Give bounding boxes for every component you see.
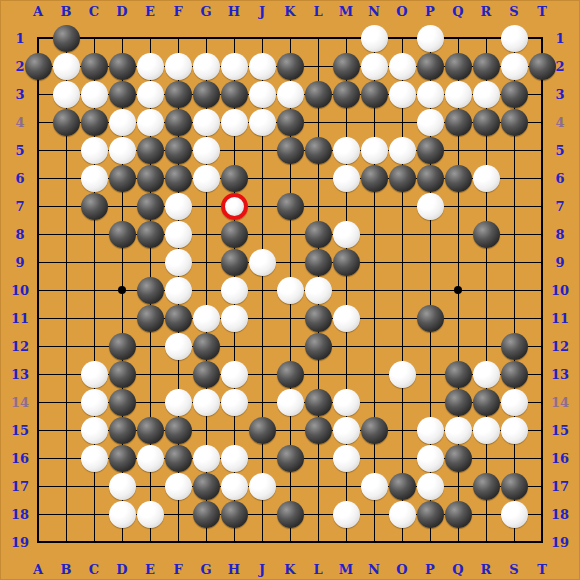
point-S19[interactable] — [500, 528, 528, 556]
point-C12[interactable] — [80, 332, 108, 360]
point-L19[interactable] — [304, 528, 332, 556]
point-G16[interactable] — [192, 444, 220, 472]
point-H15[interactable] — [220, 416, 248, 444]
point-J3[interactable] — [248, 80, 276, 108]
point-M12[interactable] — [332, 332, 360, 360]
point-Q17[interactable] — [444, 472, 472, 500]
point-B4[interactable] — [52, 108, 80, 136]
point-O12[interactable] — [388, 332, 416, 360]
point-T1[interactable] — [528, 24, 556, 52]
point-R17[interactable] — [472, 472, 500, 500]
point-F14[interactable] — [164, 388, 192, 416]
point-H18[interactable] — [220, 500, 248, 528]
point-L7[interactable] — [304, 192, 332, 220]
point-P12[interactable] — [416, 332, 444, 360]
point-S1[interactable] — [500, 24, 528, 52]
point-O16[interactable] — [388, 444, 416, 472]
point-N8[interactable] — [360, 220, 388, 248]
point-A2[interactable] — [24, 52, 52, 80]
point-D11[interactable] — [108, 304, 136, 332]
point-N10[interactable] — [360, 276, 388, 304]
point-M11[interactable] — [332, 304, 360, 332]
point-E10[interactable] — [136, 276, 164, 304]
point-K6[interactable] — [276, 164, 304, 192]
point-T8[interactable] — [528, 220, 556, 248]
point-O4[interactable] — [388, 108, 416, 136]
point-D17[interactable] — [108, 472, 136, 500]
point-J8[interactable] — [248, 220, 276, 248]
point-G3[interactable] — [192, 80, 220, 108]
point-G14[interactable] — [192, 388, 220, 416]
point-B3[interactable] — [52, 80, 80, 108]
point-H16[interactable] — [220, 444, 248, 472]
point-C19[interactable] — [80, 528, 108, 556]
point-G4[interactable] — [192, 108, 220, 136]
point-L17[interactable] — [304, 472, 332, 500]
point-P19[interactable] — [416, 528, 444, 556]
point-L15[interactable] — [304, 416, 332, 444]
point-F12[interactable] — [164, 332, 192, 360]
point-K17[interactable] — [276, 472, 304, 500]
point-H3[interactable] — [220, 80, 248, 108]
point-P14[interactable] — [416, 388, 444, 416]
point-B1[interactable] — [52, 24, 80, 52]
point-A5[interactable] — [24, 136, 52, 164]
point-F4[interactable] — [164, 108, 192, 136]
point-B9[interactable] — [52, 248, 80, 276]
point-L2[interactable] — [304, 52, 332, 80]
point-N1[interactable] — [360, 24, 388, 52]
point-H10[interactable] — [220, 276, 248, 304]
point-M1[interactable] — [332, 24, 360, 52]
point-J9[interactable] — [248, 248, 276, 276]
point-Q16[interactable] — [444, 444, 472, 472]
point-K10[interactable] — [276, 276, 304, 304]
point-R13[interactable] — [472, 360, 500, 388]
point-L9[interactable] — [304, 248, 332, 276]
point-N2[interactable] — [360, 52, 388, 80]
point-D8[interactable] — [108, 220, 136, 248]
point-C1[interactable] — [80, 24, 108, 52]
point-Q15[interactable] — [444, 416, 472, 444]
point-C6[interactable] — [80, 164, 108, 192]
point-S17[interactable] — [500, 472, 528, 500]
point-T6[interactable] — [528, 164, 556, 192]
point-Q2[interactable] — [444, 52, 472, 80]
point-K3[interactable] — [276, 80, 304, 108]
point-E16[interactable] — [136, 444, 164, 472]
point-C10[interactable] — [80, 276, 108, 304]
point-S10[interactable] — [500, 276, 528, 304]
point-D18[interactable] — [108, 500, 136, 528]
point-B18[interactable] — [52, 500, 80, 528]
point-O2[interactable] — [388, 52, 416, 80]
point-H2[interactable] — [220, 52, 248, 80]
point-S2[interactable] — [500, 52, 528, 80]
point-S6[interactable] — [500, 164, 528, 192]
point-P5[interactable] — [416, 136, 444, 164]
point-K16[interactable] — [276, 444, 304, 472]
point-D15[interactable] — [108, 416, 136, 444]
point-N9[interactable] — [360, 248, 388, 276]
point-H17[interactable] — [220, 472, 248, 500]
point-M10[interactable] — [332, 276, 360, 304]
point-N5[interactable] — [360, 136, 388, 164]
point-J19[interactable] — [248, 528, 276, 556]
point-L13[interactable] — [304, 360, 332, 388]
point-C3[interactable] — [80, 80, 108, 108]
point-E1[interactable] — [136, 24, 164, 52]
point-O3[interactable] — [388, 80, 416, 108]
point-P8[interactable] — [416, 220, 444, 248]
point-P16[interactable] — [416, 444, 444, 472]
point-N12[interactable] — [360, 332, 388, 360]
point-B17[interactable] — [52, 472, 80, 500]
point-S12[interactable] — [500, 332, 528, 360]
point-F18[interactable] — [164, 500, 192, 528]
point-G11[interactable] — [192, 304, 220, 332]
point-Q14[interactable] — [444, 388, 472, 416]
point-D4[interactable] — [108, 108, 136, 136]
point-G5[interactable] — [192, 136, 220, 164]
point-J15[interactable] — [248, 416, 276, 444]
point-P11[interactable] — [416, 304, 444, 332]
point-S11[interactable] — [500, 304, 528, 332]
point-N19[interactable] — [360, 528, 388, 556]
point-T9[interactable] — [528, 248, 556, 276]
point-A8[interactable] — [24, 220, 52, 248]
point-H11[interactable] — [220, 304, 248, 332]
point-P13[interactable] — [416, 360, 444, 388]
point-H8[interactable] — [220, 220, 248, 248]
point-B16[interactable] — [52, 444, 80, 472]
point-E14[interactable] — [136, 388, 164, 416]
point-O8[interactable] — [388, 220, 416, 248]
point-A6[interactable] — [24, 164, 52, 192]
point-S14[interactable] — [500, 388, 528, 416]
point-B8[interactable] — [52, 220, 80, 248]
point-M8[interactable] — [332, 220, 360, 248]
point-O11[interactable] — [388, 304, 416, 332]
point-C14[interactable] — [80, 388, 108, 416]
point-S16[interactable] — [500, 444, 528, 472]
point-M7[interactable] — [332, 192, 360, 220]
point-K13[interactable] — [276, 360, 304, 388]
point-A3[interactable] — [24, 80, 52, 108]
point-R16[interactable] — [472, 444, 500, 472]
point-B19[interactable] — [52, 528, 80, 556]
point-O19[interactable] — [388, 528, 416, 556]
point-H6[interactable] — [220, 164, 248, 192]
point-E2[interactable] — [136, 52, 164, 80]
point-J1[interactable] — [248, 24, 276, 52]
point-R14[interactable] — [472, 388, 500, 416]
point-S8[interactable] — [500, 220, 528, 248]
point-K7[interactable] — [276, 192, 304, 220]
point-Q8[interactable] — [444, 220, 472, 248]
point-L8[interactable] — [304, 220, 332, 248]
point-G19[interactable] — [192, 528, 220, 556]
point-H19[interactable] — [220, 528, 248, 556]
point-O17[interactable] — [388, 472, 416, 500]
point-M9[interactable] — [332, 248, 360, 276]
point-S13[interactable] — [500, 360, 528, 388]
point-P6[interactable] — [416, 164, 444, 192]
point-J4[interactable] — [248, 108, 276, 136]
point-O1[interactable] — [388, 24, 416, 52]
point-B12[interactable] — [52, 332, 80, 360]
point-E9[interactable] — [136, 248, 164, 276]
point-C15[interactable] — [80, 416, 108, 444]
point-R12[interactable] — [472, 332, 500, 360]
point-B15[interactable] — [52, 416, 80, 444]
point-N18[interactable] — [360, 500, 388, 528]
point-C18[interactable] — [80, 500, 108, 528]
point-F5[interactable] — [164, 136, 192, 164]
point-C4[interactable] — [80, 108, 108, 136]
point-L6[interactable] — [304, 164, 332, 192]
point-F6[interactable] — [164, 164, 192, 192]
point-G8[interactable] — [192, 220, 220, 248]
point-G17[interactable] — [192, 472, 220, 500]
point-O5[interactable] — [388, 136, 416, 164]
point-O14[interactable] — [388, 388, 416, 416]
point-O10[interactable] — [388, 276, 416, 304]
point-O18[interactable] — [388, 500, 416, 528]
point-K18[interactable] — [276, 500, 304, 528]
point-F3[interactable] — [164, 80, 192, 108]
point-L10[interactable] — [304, 276, 332, 304]
point-R9[interactable] — [472, 248, 500, 276]
point-F17[interactable] — [164, 472, 192, 500]
point-J5[interactable] — [248, 136, 276, 164]
point-K1[interactable] — [276, 24, 304, 52]
point-P18[interactable] — [416, 500, 444, 528]
point-R19[interactable] — [472, 528, 500, 556]
point-K5[interactable] — [276, 136, 304, 164]
point-A1[interactable] — [24, 24, 52, 52]
point-A9[interactable] — [24, 248, 52, 276]
point-K19[interactable] — [276, 528, 304, 556]
point-G2[interactable] — [192, 52, 220, 80]
point-Q4[interactable] — [444, 108, 472, 136]
point-Q5[interactable] — [444, 136, 472, 164]
point-L1[interactable] — [304, 24, 332, 52]
point-Q6[interactable] — [444, 164, 472, 192]
point-N13[interactable] — [360, 360, 388, 388]
point-D19[interactable] — [108, 528, 136, 556]
point-L5[interactable] — [304, 136, 332, 164]
point-F9[interactable] — [164, 248, 192, 276]
point-E13[interactable] — [136, 360, 164, 388]
point-J7[interactable] — [248, 192, 276, 220]
point-R6[interactable] — [472, 164, 500, 192]
point-N14[interactable] — [360, 388, 388, 416]
point-N11[interactable] — [360, 304, 388, 332]
point-Q7[interactable] — [444, 192, 472, 220]
point-H7[interactable] — [220, 192, 248, 220]
point-L4[interactable] — [304, 108, 332, 136]
point-K14[interactable] — [276, 388, 304, 416]
point-M15[interactable] — [332, 416, 360, 444]
point-M6[interactable] — [332, 164, 360, 192]
point-R15[interactable] — [472, 416, 500, 444]
point-L18[interactable] — [304, 500, 332, 528]
point-P17[interactable] — [416, 472, 444, 500]
point-M4[interactable] — [332, 108, 360, 136]
point-M19[interactable] — [332, 528, 360, 556]
point-S3[interactable] — [500, 80, 528, 108]
point-K12[interactable] — [276, 332, 304, 360]
point-O6[interactable] — [388, 164, 416, 192]
point-E3[interactable] — [136, 80, 164, 108]
point-C16[interactable] — [80, 444, 108, 472]
point-R2[interactable] — [472, 52, 500, 80]
point-K4[interactable] — [276, 108, 304, 136]
point-P4[interactable] — [416, 108, 444, 136]
point-D9[interactable] — [108, 248, 136, 276]
point-B10[interactable] — [52, 276, 80, 304]
point-P1[interactable] — [416, 24, 444, 52]
point-M3[interactable] — [332, 80, 360, 108]
point-F19[interactable] — [164, 528, 192, 556]
point-K2[interactable] — [276, 52, 304, 80]
point-M14[interactable] — [332, 388, 360, 416]
point-N6[interactable] — [360, 164, 388, 192]
point-J14[interactable] — [248, 388, 276, 416]
point-C7[interactable] — [80, 192, 108, 220]
point-K11[interactable] — [276, 304, 304, 332]
point-L3[interactable] — [304, 80, 332, 108]
point-G1[interactable] — [192, 24, 220, 52]
point-R18[interactable] — [472, 500, 500, 528]
point-C17[interactable] — [80, 472, 108, 500]
point-E17[interactable] — [136, 472, 164, 500]
point-E18[interactable] — [136, 500, 164, 528]
point-O9[interactable] — [388, 248, 416, 276]
point-B2[interactable] — [52, 52, 80, 80]
point-Q18[interactable] — [444, 500, 472, 528]
point-L12[interactable] — [304, 332, 332, 360]
point-F8[interactable] — [164, 220, 192, 248]
point-Q1[interactable] — [444, 24, 472, 52]
point-M17[interactable] — [332, 472, 360, 500]
point-E8[interactable] — [136, 220, 164, 248]
point-F2[interactable] — [164, 52, 192, 80]
point-T4[interactable] — [528, 108, 556, 136]
point-D16[interactable] — [108, 444, 136, 472]
point-M16[interactable] — [332, 444, 360, 472]
point-B7[interactable] — [52, 192, 80, 220]
point-P2[interactable] — [416, 52, 444, 80]
point-O7[interactable] — [388, 192, 416, 220]
point-D6[interactable] — [108, 164, 136, 192]
point-J11[interactable] — [248, 304, 276, 332]
point-J17[interactable] — [248, 472, 276, 500]
point-N16[interactable] — [360, 444, 388, 472]
point-K9[interactable] — [276, 248, 304, 276]
point-J10[interactable] — [248, 276, 276, 304]
point-H12[interactable] — [220, 332, 248, 360]
point-D7[interactable] — [108, 192, 136, 220]
point-Q12[interactable] — [444, 332, 472, 360]
point-M13[interactable] — [332, 360, 360, 388]
point-C13[interactable] — [80, 360, 108, 388]
point-F10[interactable] — [164, 276, 192, 304]
point-M2[interactable] — [332, 52, 360, 80]
point-R5[interactable] — [472, 136, 500, 164]
point-S7[interactable] — [500, 192, 528, 220]
point-J2[interactable] — [248, 52, 276, 80]
point-C8[interactable] — [80, 220, 108, 248]
point-P7[interactable] — [416, 192, 444, 220]
point-A4[interactable] — [24, 108, 52, 136]
point-J13[interactable] — [248, 360, 276, 388]
point-B13[interactable] — [52, 360, 80, 388]
point-L14[interactable] — [304, 388, 332, 416]
point-R1[interactable] — [472, 24, 500, 52]
point-S18[interactable] — [500, 500, 528, 528]
point-F1[interactable] — [164, 24, 192, 52]
point-R10[interactable] — [472, 276, 500, 304]
point-E11[interactable] — [136, 304, 164, 332]
point-N15[interactable] — [360, 416, 388, 444]
point-N4[interactable] — [360, 108, 388, 136]
point-N3[interactable] — [360, 80, 388, 108]
point-S5[interactable] — [500, 136, 528, 164]
point-B6[interactable] — [52, 164, 80, 192]
point-T5[interactable] — [528, 136, 556, 164]
point-B11[interactable] — [52, 304, 80, 332]
point-O13[interactable] — [388, 360, 416, 388]
point-N17[interactable] — [360, 472, 388, 500]
point-C9[interactable] — [80, 248, 108, 276]
point-E6[interactable] — [136, 164, 164, 192]
point-J18[interactable] — [248, 500, 276, 528]
point-Q13[interactable] — [444, 360, 472, 388]
point-D12[interactable] — [108, 332, 136, 360]
point-F16[interactable] — [164, 444, 192, 472]
point-S4[interactable] — [500, 108, 528, 136]
point-A7[interactable] — [24, 192, 52, 220]
point-H14[interactable] — [220, 388, 248, 416]
point-E12[interactable] — [136, 332, 164, 360]
point-F15[interactable] — [164, 416, 192, 444]
point-Q3[interactable] — [444, 80, 472, 108]
point-G15[interactable] — [192, 416, 220, 444]
point-E15[interactable] — [136, 416, 164, 444]
point-J12[interactable] — [248, 332, 276, 360]
point-H4[interactable] — [220, 108, 248, 136]
point-N7[interactable] — [360, 192, 388, 220]
point-P15[interactable] — [416, 416, 444, 444]
point-F11[interactable] — [164, 304, 192, 332]
point-S15[interactable] — [500, 416, 528, 444]
point-G9[interactable] — [192, 248, 220, 276]
point-S9[interactable] — [500, 248, 528, 276]
point-R3[interactable] — [472, 80, 500, 108]
point-G10[interactable] — [192, 276, 220, 304]
point-G6[interactable] — [192, 164, 220, 192]
point-E7[interactable] — [136, 192, 164, 220]
point-H5[interactable] — [220, 136, 248, 164]
point-H1[interactable] — [220, 24, 248, 52]
point-H9[interactable] — [220, 248, 248, 276]
point-G18[interactable] — [192, 500, 220, 528]
point-L11[interactable] — [304, 304, 332, 332]
point-R11[interactable] — [472, 304, 500, 332]
point-G12[interactable] — [192, 332, 220, 360]
